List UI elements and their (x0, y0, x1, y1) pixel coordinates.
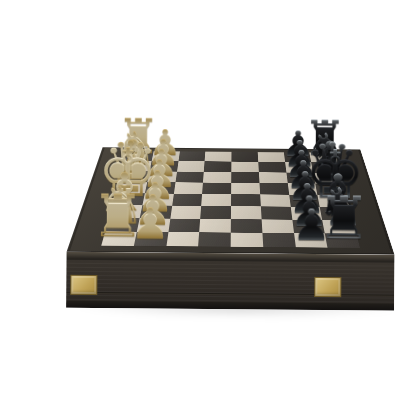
square-e5[interactable] (231, 194, 261, 206)
square-d4[interactable] (202, 183, 231, 195)
clasp-right (314, 277, 341, 297)
square-g5[interactable] (231, 219, 262, 233)
square-a4[interactable] (205, 152, 232, 162)
square-d5[interactable] (231, 183, 260, 195)
square-h4[interactable] (198, 232, 230, 247)
square-c4[interactable] (203, 172, 231, 183)
pawn-icon: ♟ (292, 205, 331, 246)
square-g4[interactable] (199, 219, 231, 233)
board-edge-fascia (67, 252, 395, 263)
square-b4[interactable] (204, 161, 231, 172)
square-c5[interactable] (231, 172, 259, 183)
square-h5[interactable] (231, 232, 263, 247)
case-lid-seam (66, 292, 394, 297)
square-f5[interactable] (231, 206, 261, 219)
square-e4[interactable] (201, 194, 231, 206)
case-front (66, 252, 394, 311)
chess-set-scene: ♜♞♝♛♚♝♞♜♟♟♟♟♟♟♟♟♟♟♟♟♟♟♟♟♜♞♝♛♚♝♞♜ (0, 0, 416, 416)
rook-icon: ♜ (91, 188, 144, 245)
chess-board: ♜♞♝♛♚♝♞♜♟♟♟♟♟♟♟♟♟♟♟♟♟♟♟♟♜♞♝♛♚♝♞♜ (67, 147, 395, 254)
square-a5[interactable] (231, 152, 258, 162)
square-f4[interactable] (200, 206, 231, 219)
clasp-left (70, 275, 97, 295)
piece-white-rook-h1[interactable]: ♜ (84, 146, 154, 245)
square-b5[interactable] (231, 162, 258, 173)
piece-black-pawn-h7[interactable]: ♟ (277, 147, 347, 246)
